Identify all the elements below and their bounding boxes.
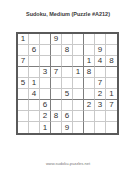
cell-r5c7 xyxy=(84,78,95,89)
cell-r8c7 xyxy=(84,111,95,122)
sudoku-sheet: Sudoku, Medium (Puzzle #A212) 1968971483… xyxy=(0,0,136,176)
cell-r3c2 xyxy=(29,56,40,67)
cell-r1c4: 9 xyxy=(51,34,62,45)
cell-r3c5 xyxy=(62,56,73,67)
cell-r4c9 xyxy=(106,67,117,78)
cell-r6c2: 4 xyxy=(29,89,40,100)
cell-r7c9: 7 xyxy=(106,100,117,111)
cell-r4c1 xyxy=(18,67,29,78)
cell-r5c1: 5 xyxy=(18,78,29,89)
cell-r6c6 xyxy=(73,89,84,100)
cell-r2c8: 9 xyxy=(95,45,106,56)
cell-r9c9 xyxy=(106,122,117,133)
footer-url: www.sudoku-puzzles.net xyxy=(0,161,136,166)
cell-r6c1 xyxy=(18,89,29,100)
cell-r5c2: 1 xyxy=(29,78,40,89)
cell-r6c7 xyxy=(84,89,95,100)
cell-r2c1 xyxy=(18,45,29,56)
cell-r5c6 xyxy=(73,78,84,89)
cell-r4c3: 3 xyxy=(40,67,51,78)
cell-r1c9 xyxy=(106,34,117,45)
cell-r8c8 xyxy=(95,111,106,122)
cell-r8c6 xyxy=(73,111,84,122)
cell-r6c5: 5 xyxy=(62,89,73,100)
cell-r9c6 xyxy=(73,122,84,133)
cell-r8c3: 2 xyxy=(40,111,51,122)
cell-r6c3 xyxy=(40,89,51,100)
cell-r2c7 xyxy=(84,45,95,56)
cell-r7c8: 3 xyxy=(95,100,106,111)
cell-r3c7: 1 xyxy=(84,56,95,67)
cell-r4c7: 8 xyxy=(84,67,95,78)
cell-r7c6 xyxy=(73,100,84,111)
cell-r4c2 xyxy=(29,67,40,78)
cell-r9c5: 9 xyxy=(62,122,73,133)
cell-r4c4: 7 xyxy=(51,67,62,78)
cell-r5c8: 7 xyxy=(95,78,106,89)
cell-r9c8 xyxy=(95,122,106,133)
cell-r5c4 xyxy=(51,78,62,89)
cell-r8c9 xyxy=(106,111,117,122)
cell-r2c4 xyxy=(51,45,62,56)
cell-r6c4 xyxy=(51,89,62,100)
cell-r7c4 xyxy=(51,100,62,111)
cell-r7c5 xyxy=(62,100,73,111)
cell-r2c2: 6 xyxy=(29,45,40,56)
sudoku-board: 19689714837185174521623728619 xyxy=(16,32,119,135)
cell-r3c6 xyxy=(73,56,84,67)
cell-r4c8 xyxy=(95,67,106,78)
cell-r9c1 xyxy=(18,122,29,133)
page-title: Sudoku, Medium (Puzzle #A212) xyxy=(0,11,136,17)
cell-r7c7: 2 xyxy=(84,100,95,111)
cell-r5c9 xyxy=(106,78,117,89)
cell-r1c3 xyxy=(40,34,51,45)
cell-r3c3 xyxy=(40,56,51,67)
cell-r7c2 xyxy=(29,100,40,111)
cell-r8c5: 6 xyxy=(62,111,73,122)
cell-r2c6 xyxy=(73,45,84,56)
cell-r1c1: 1 xyxy=(18,34,29,45)
cell-r3c9: 8 xyxy=(106,56,117,67)
cell-r1c2 xyxy=(29,34,40,45)
cell-r5c5 xyxy=(62,78,73,89)
cell-r3c4 xyxy=(51,56,62,67)
cell-r9c7 xyxy=(84,122,95,133)
cell-r1c5 xyxy=(62,34,73,45)
cell-r6c8: 2 xyxy=(95,89,106,100)
cell-r8c2 xyxy=(29,111,40,122)
cell-r5c3 xyxy=(40,78,51,89)
cell-r9c2 xyxy=(29,122,40,133)
cell-r3c1: 7 xyxy=(18,56,29,67)
cell-r1c6 xyxy=(73,34,84,45)
cell-r1c8 xyxy=(95,34,106,45)
cell-r8c4: 8 xyxy=(51,111,62,122)
cell-r7c3: 6 xyxy=(40,100,51,111)
cell-r2c5: 8 xyxy=(62,45,73,56)
cell-r8c1 xyxy=(18,111,29,122)
cell-r7c1 xyxy=(18,100,29,111)
cell-r4c5 xyxy=(62,67,73,78)
cell-r3c8: 4 xyxy=(95,56,106,67)
cell-r2c3 xyxy=(40,45,51,56)
cell-r9c3: 1 xyxy=(40,122,51,133)
cell-r2c9 xyxy=(106,45,117,56)
cell-r1c7 xyxy=(84,34,95,45)
cell-r4c6: 1 xyxy=(73,67,84,78)
cell-r6c9: 1 xyxy=(106,89,117,100)
cell-r9c4 xyxy=(51,122,62,133)
